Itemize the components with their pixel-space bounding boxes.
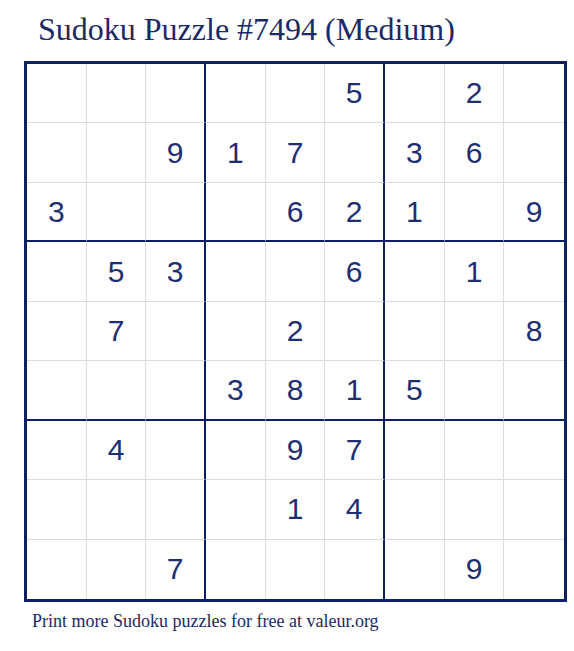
sudoku-cell-r8c5: 1 [266,480,326,539]
sudoku-cell-r6c3 [146,361,206,420]
sudoku-cell-r1c2 [87,64,147,123]
sudoku-cell-r1c7 [385,64,445,123]
sudoku-cell-r9c2 [87,540,147,599]
sudoku-cell-r3c4 [206,183,266,242]
sudoku-cell-r8c2 [87,480,147,539]
sudoku-board: 529173636219536172838154971479 [24,61,567,602]
sudoku-cell-r7c9 [504,421,564,480]
footer-text: Print more Sudoku puzzles for free at va… [32,611,379,632]
sudoku-cell-r3c2 [87,183,147,242]
sudoku-cell-r7c2: 4 [87,421,147,480]
sudoku-cell-r4c3: 3 [146,242,206,301]
sudoku-cell-r5c1 [27,302,87,361]
sudoku-cell-r9c7 [385,540,445,599]
sudoku-cell-r8c7 [385,480,445,539]
sudoku-cell-r9c4 [206,540,266,599]
sudoku-cell-r8c6: 4 [325,480,385,539]
sudoku-cell-r3c1: 3 [27,183,87,242]
sudoku-cell-r9c8: 9 [445,540,505,599]
sudoku-cell-r6c5: 8 [266,361,326,420]
sudoku-cell-r4c5 [266,242,326,301]
sudoku-cell-r3c9: 9 [504,183,564,242]
sudoku-cell-r2c7: 3 [385,123,445,182]
sudoku-cell-r1c9 [504,64,564,123]
sudoku-cell-r3c7: 1 [385,183,445,242]
sudoku-cell-r7c3 [146,421,206,480]
sudoku-cell-r2c6 [325,123,385,182]
sudoku-cell-r3c8 [445,183,505,242]
sudoku-cell-r3c3 [146,183,206,242]
sudoku-cell-r6c1 [27,361,87,420]
sudoku-cell-r1c8: 2 [445,64,505,123]
sudoku-cell-r6c9 [504,361,564,420]
sudoku-cell-r8c9 [504,480,564,539]
sudoku-cell-r7c1 [27,421,87,480]
sudoku-cell-r5c7 [385,302,445,361]
sudoku-cell-r4c2: 5 [87,242,147,301]
sudoku-cell-r6c4: 3 [206,361,266,420]
sudoku-cell-r1c3 [146,64,206,123]
sudoku-cell-r2c1 [27,123,87,182]
sudoku-cell-r4c7 [385,242,445,301]
sudoku-cell-r1c1 [27,64,87,123]
sudoku-cell-r6c6: 1 [325,361,385,420]
sudoku-cell-r2c9 [504,123,564,182]
sudoku-cell-r8c4 [206,480,266,539]
sudoku-cell-r2c4: 1 [206,123,266,182]
sudoku-cell-r7c5: 9 [266,421,326,480]
sudoku-cell-r3c5: 6 [266,183,326,242]
sudoku-cell-r5c4 [206,302,266,361]
sudoku-cell-r4c1 [27,242,87,301]
sudoku-cell-r8c8 [445,480,505,539]
sudoku-cell-r7c8 [445,421,505,480]
sudoku-cell-r9c1 [27,540,87,599]
sudoku-cell-r5c2: 7 [87,302,147,361]
page-title: Sudoku Puzzle #7494 (Medium) [38,11,455,48]
sudoku-cell-r6c2 [87,361,147,420]
sudoku-cell-r9c5 [266,540,326,599]
sudoku-cell-r5c8 [445,302,505,361]
sudoku-cell-r4c9 [504,242,564,301]
sudoku-cell-r4c8: 1 [445,242,505,301]
sudoku-cell-r1c5 [266,64,326,123]
sudoku-cell-r4c6: 6 [325,242,385,301]
sudoku-cell-r9c9 [504,540,564,599]
sudoku-cell-r2c2 [87,123,147,182]
sudoku-cell-r2c5: 7 [266,123,326,182]
sudoku-cell-r8c1 [27,480,87,539]
sudoku-cell-r1c4 [206,64,266,123]
sudoku-cell-r6c8 [445,361,505,420]
sudoku-cell-r6c7: 5 [385,361,445,420]
sudoku-cell-r7c7 [385,421,445,480]
sudoku-cell-r1c6: 5 [325,64,385,123]
sudoku-cell-r8c3 [146,480,206,539]
sudoku-cell-r9c6 [325,540,385,599]
sudoku-cell-r5c9: 8 [504,302,564,361]
sudoku-cell-r9c3: 7 [146,540,206,599]
sudoku-cell-r5c6 [325,302,385,361]
sudoku-cell-r5c5: 2 [266,302,326,361]
sudoku-cell-r4c4 [206,242,266,301]
sudoku-cell-r5c3 [146,302,206,361]
sudoku-cell-r2c8: 6 [445,123,505,182]
sudoku-cell-r2c3: 9 [146,123,206,182]
sudoku-cell-r7c4 [206,421,266,480]
sudoku-cell-r7c6: 7 [325,421,385,480]
sudoku-cell-r3c6: 2 [325,183,385,242]
